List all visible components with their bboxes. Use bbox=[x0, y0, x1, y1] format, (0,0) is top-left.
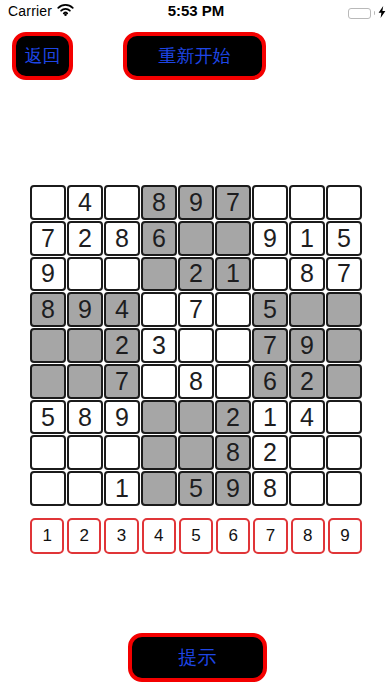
cell-r2c2[interactable]: 2 bbox=[67, 221, 103, 256]
numpad-button-8[interactable]: 8 bbox=[291, 518, 325, 554]
wifi-icon bbox=[57, 2, 74, 20]
cell-r8c8[interactable] bbox=[289, 435, 325, 470]
numpad-button-6[interactable]: 6 bbox=[216, 518, 250, 554]
cell-r7c6[interactable]: 2 bbox=[215, 400, 251, 435]
cell-r9c3[interactable]: 1 bbox=[104, 471, 140, 506]
cell-r6c8[interactable]: 2 bbox=[289, 364, 325, 399]
cell-r3c8[interactable]: 8 bbox=[289, 257, 325, 292]
status-bar: Carrier 5:53 PM bbox=[0, 0, 392, 22]
cell-r5c2[interactable] bbox=[67, 328, 103, 363]
cell-r5c6[interactable] bbox=[215, 328, 251, 363]
cell-r8c9[interactable] bbox=[326, 435, 362, 470]
cell-r9c6[interactable]: 9 bbox=[215, 471, 251, 506]
hint-button[interactable]: 提示 bbox=[128, 633, 267, 682]
cell-r7c3[interactable]: 9 bbox=[104, 400, 140, 435]
cell-r1c3[interactable] bbox=[104, 185, 140, 220]
cell-r8c5[interactable] bbox=[178, 435, 214, 470]
cell-r9c9[interactable] bbox=[326, 471, 362, 506]
cell-r9c4[interactable] bbox=[141, 471, 177, 506]
cell-r9c1[interactable] bbox=[30, 471, 66, 506]
cell-r7c7[interactable]: 1 bbox=[252, 400, 288, 435]
cell-r2c4[interactable]: 6 bbox=[141, 221, 177, 256]
cell-r8c2[interactable] bbox=[67, 435, 103, 470]
numpad-button-5[interactable]: 5 bbox=[179, 518, 213, 554]
cell-r2c8[interactable]: 1 bbox=[289, 221, 325, 256]
cell-r4c9[interactable] bbox=[326, 292, 362, 327]
cell-r4c5[interactable]: 7 bbox=[178, 292, 214, 327]
cell-r1c2[interactable]: 4 bbox=[67, 185, 103, 220]
cell-r6c1[interactable] bbox=[30, 364, 66, 399]
app-screen: Carrier 5:53 PM 返回 重新开始 4897728 bbox=[0, 0, 392, 696]
cell-r1c5[interactable]: 9 bbox=[178, 185, 214, 220]
cell-r5c4[interactable]: 3 bbox=[141, 328, 177, 363]
cell-r1c9[interactable] bbox=[326, 185, 362, 220]
restart-button[interactable]: 重新开始 bbox=[123, 32, 266, 80]
cell-r8c4[interactable] bbox=[141, 435, 177, 470]
clock: 5:53 PM bbox=[168, 2, 225, 19]
numpad-button-1[interactable]: 1 bbox=[30, 518, 64, 554]
sudoku-board: 4897728691592187894752379786258921482159… bbox=[30, 185, 362, 506]
cell-r6c9[interactable] bbox=[326, 364, 362, 399]
cell-r3c4[interactable] bbox=[141, 257, 177, 292]
cell-r1c7[interactable] bbox=[252, 185, 288, 220]
cell-r9c7[interactable]: 8 bbox=[252, 471, 288, 506]
numpad-button-7[interactable]: 7 bbox=[253, 518, 287, 554]
battery-icon bbox=[348, 8, 371, 19]
cell-r3c5[interactable]: 2 bbox=[178, 257, 214, 292]
cell-r5c3[interactable]: 2 bbox=[104, 328, 140, 363]
cell-r5c7[interactable]: 7 bbox=[252, 328, 288, 363]
cell-r7c9[interactable] bbox=[326, 400, 362, 435]
back-button[interactable]: 返回 bbox=[12, 32, 73, 80]
cell-r4c7[interactable]: 5 bbox=[252, 292, 288, 327]
cell-r1c1[interactable] bbox=[30, 185, 66, 220]
cell-r5c1[interactable] bbox=[30, 328, 66, 363]
cell-r6c5[interactable]: 8 bbox=[178, 364, 214, 399]
cell-r6c2[interactable] bbox=[67, 364, 103, 399]
cell-r8c1[interactable] bbox=[30, 435, 66, 470]
cell-r8c6[interactable]: 8 bbox=[215, 435, 251, 470]
cell-r3c9[interactable]: 7 bbox=[326, 257, 362, 292]
cell-r5c9[interactable] bbox=[326, 328, 362, 363]
cell-r7c5[interactable] bbox=[178, 400, 214, 435]
cell-r2c5[interactable] bbox=[178, 221, 214, 256]
cell-r4c2[interactable]: 9 bbox=[67, 292, 103, 327]
cell-r7c1[interactable]: 5 bbox=[30, 400, 66, 435]
cell-r4c8[interactable] bbox=[289, 292, 325, 327]
cell-r4c3[interactable]: 4 bbox=[104, 292, 140, 327]
cell-r3c7[interactable] bbox=[252, 257, 288, 292]
cell-r8c7[interactable]: 2 bbox=[252, 435, 288, 470]
cell-r2c1[interactable]: 7 bbox=[30, 221, 66, 256]
charging-bolt-icon bbox=[378, 4, 386, 22]
cell-r2c9[interactable]: 5 bbox=[326, 221, 362, 256]
cell-r8c3[interactable] bbox=[104, 435, 140, 470]
cell-r5c8[interactable]: 9 bbox=[289, 328, 325, 363]
cell-r3c6[interactable]: 1 bbox=[215, 257, 251, 292]
cell-r9c2[interactable] bbox=[67, 471, 103, 506]
cell-r6c6[interactable] bbox=[215, 364, 251, 399]
cell-r4c1[interactable]: 8 bbox=[30, 292, 66, 327]
carrier-label: Carrier bbox=[8, 3, 52, 19]
cell-r2c7[interactable]: 9 bbox=[252, 221, 288, 256]
cell-r7c2[interactable]: 8 bbox=[67, 400, 103, 435]
numpad-button-9[interactable]: 9 bbox=[328, 518, 362, 554]
cell-r3c1[interactable]: 9 bbox=[30, 257, 66, 292]
cell-r4c6[interactable] bbox=[215, 292, 251, 327]
numpad-button-2[interactable]: 2 bbox=[67, 518, 101, 554]
cell-r6c7[interactable]: 6 bbox=[252, 364, 288, 399]
cell-r2c3[interactable]: 8 bbox=[104, 221, 140, 256]
cell-r6c3[interactable]: 7 bbox=[104, 364, 140, 399]
cell-r9c5[interactable]: 5 bbox=[178, 471, 214, 506]
number-pad: 123456789 bbox=[30, 518, 362, 554]
cell-r4c4[interactable] bbox=[141, 292, 177, 327]
cell-r1c6[interactable]: 7 bbox=[215, 185, 251, 220]
cell-r6c4[interactable] bbox=[141, 364, 177, 399]
cell-r1c4[interactable]: 8 bbox=[141, 185, 177, 220]
cell-r1c8[interactable] bbox=[289, 185, 325, 220]
cell-r9c8[interactable] bbox=[289, 471, 325, 506]
numpad-button-3[interactable]: 3 bbox=[104, 518, 138, 554]
cell-r3c3[interactable] bbox=[104, 257, 140, 292]
cell-r7c8[interactable]: 4 bbox=[289, 400, 325, 435]
cell-r3c2[interactable] bbox=[67, 257, 103, 292]
cell-r7c4[interactable] bbox=[141, 400, 177, 435]
cell-r2c6[interactable] bbox=[215, 221, 251, 256]
cell-r5c5[interactable] bbox=[178, 328, 214, 363]
numpad-button-4[interactable]: 4 bbox=[142, 518, 176, 554]
